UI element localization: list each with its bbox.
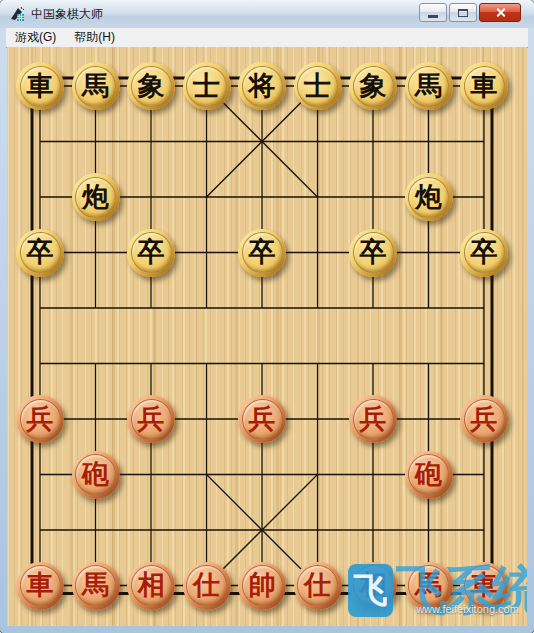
piece-red-chariot[interactable]: 車 — [460, 562, 508, 610]
piece-face: 卒 — [464, 232, 505, 273]
app-window: 中国象棋大师 游戏(G) 帮助(H) 車馬象士将士象馬車炮炮卒卒卒卒卒兵兵兵兵兵… — [0, 0, 534, 633]
board-point[interactable]: 象 — [123, 58, 179, 114]
piece-face: 仕 — [186, 565, 227, 606]
board-point[interactable]: 将 — [234, 58, 290, 114]
piece-glyph: 馬 — [82, 72, 109, 99]
piece-glyph: 卒 — [27, 238, 54, 265]
piece-glyph: 砲 — [415, 460, 442, 487]
piece-red-soldier[interactable]: 兵 — [349, 395, 397, 443]
piece-face: 砲 — [408, 454, 449, 495]
board-point[interactable]: 仕 — [179, 558, 235, 614]
piece-glyph: 士 — [193, 72, 220, 99]
piece-glyph: 車 — [471, 571, 498, 598]
piece-glyph: 兵 — [360, 405, 387, 432]
piece-face: 馬 — [75, 66, 116, 107]
minimize-icon — [428, 15, 438, 18]
piece-glyph: 車 — [471, 72, 498, 99]
piece-glyph: 卒 — [360, 238, 387, 265]
piece-glyph: 相 — [138, 571, 165, 598]
piece-red-cannon[interactable]: 砲 — [72, 451, 120, 499]
menu-item-game[interactable]: 游戏(G) — [6, 28, 65, 47]
piece-black-chariot[interactable]: 車 — [460, 62, 508, 110]
board-point[interactable]: 砲 — [68, 447, 124, 503]
piece-glyph: 馬 — [415, 72, 442, 99]
piece-glyph: 兵 — [471, 405, 498, 432]
piece-glyph: 馬 — [415, 571, 442, 598]
piece-glyph: 仕 — [193, 571, 220, 598]
piece-glyph: 士 — [304, 72, 331, 99]
board-point[interactable]: 車 — [456, 558, 512, 614]
piece-black-soldier[interactable]: 卒 — [238, 229, 286, 277]
piece-glyph: 兵 — [138, 405, 165, 432]
piece-face: 車 — [20, 66, 61, 107]
piece-black-chariot[interactable]: 車 — [16, 62, 64, 110]
piece-glyph: 炮 — [415, 183, 442, 210]
board-point[interactable]: 卒 — [345, 225, 401, 281]
piece-glyph: 卒 — [471, 238, 498, 265]
piece-face: 炮 — [408, 177, 449, 218]
piece-face: 仕 — [297, 565, 338, 606]
piece-red-soldier[interactable]: 兵 — [16, 395, 64, 443]
piece-glyph: 馬 — [82, 571, 109, 598]
board-point[interactable]: 馬 — [68, 558, 124, 614]
piece-face: 士 — [297, 66, 338, 107]
board-point[interactable]: 卒 — [456, 225, 512, 281]
piece-face: 卒 — [20, 232, 61, 273]
board-area: 車馬象士将士象馬車炮炮卒卒卒卒卒兵兵兵兵兵砲砲車馬相仕帥仕相馬車 飞 飞系统 w… — [7, 47, 527, 626]
piece-face: 砲 — [75, 454, 116, 495]
menu-item-help[interactable]: 帮助(H) — [65, 28, 124, 47]
piece-red-general[interactable]: 帥 — [238, 562, 286, 610]
piece-red-horse[interactable]: 馬 — [405, 562, 453, 610]
piece-red-soldier[interactable]: 兵 — [460, 395, 508, 443]
board-point[interactable]: 仕 — [290, 558, 346, 614]
board-point[interactable]: 馬 — [68, 58, 124, 114]
title-bar[interactable]: 中国象棋大师 — [0, 0, 534, 28]
piece-face: 卒 — [242, 232, 283, 273]
piece-red-soldier[interactable]: 兵 — [127, 395, 175, 443]
maximize-icon — [458, 9, 468, 17]
window-title: 中国象棋大师 — [31, 6, 103, 23]
piece-black-elephant[interactable]: 象 — [349, 62, 397, 110]
board-point[interactable]: 士 — [290, 58, 346, 114]
piece-black-cannon[interactable]: 炮 — [72, 173, 120, 221]
piece-glyph: 象 — [138, 72, 165, 99]
piece-black-advisor[interactable]: 士 — [183, 62, 231, 110]
piece-black-horse[interactable]: 馬 — [405, 62, 453, 110]
piece-black-general[interactable]: 将 — [238, 62, 286, 110]
piece-face: 象 — [353, 66, 394, 107]
piece-face: 相 — [353, 565, 394, 606]
piece-glyph: 帥 — [249, 571, 276, 598]
close-button[interactable] — [479, 3, 521, 22]
piece-black-elephant[interactable]: 象 — [127, 62, 175, 110]
piece-glyph: 兵 — [27, 405, 54, 432]
board-point[interactable]: 車 — [12, 58, 68, 114]
piece-red-elephant[interactable]: 相 — [349, 562, 397, 610]
board-point[interactable]: 兵 — [12, 391, 68, 447]
maximize-button[interactable] — [449, 3, 477, 22]
board-point[interactable]: 馬 — [401, 58, 457, 114]
board-point[interactable]: 卒 — [12, 225, 68, 281]
piece-face: 車 — [20, 565, 61, 606]
menu-bar: 游戏(G) 帮助(H) — [6, 28, 528, 48]
board-point[interactable]: 相 — [345, 558, 401, 614]
board-point[interactable]: 車 — [456, 58, 512, 114]
piece-red-cannon[interactable]: 砲 — [405, 451, 453, 499]
board-point[interactable]: 兵 — [456, 391, 512, 447]
board-point[interactable]: 士 — [179, 58, 235, 114]
piece-face: 士 — [186, 66, 227, 107]
board-point[interactable]: 卒 — [123, 225, 179, 281]
piece-face: 卒 — [131, 232, 172, 273]
piece-black-cannon[interactable]: 炮 — [405, 173, 453, 221]
piece-face: 将 — [242, 66, 283, 107]
piece-face: 馬 — [408, 565, 449, 606]
board-point[interactable]: 兵 — [345, 391, 401, 447]
piece-glyph: 象 — [360, 72, 387, 99]
piece-face: 相 — [131, 565, 172, 606]
piece-red-chariot[interactable]: 車 — [16, 562, 64, 610]
minimize-button[interactable] — [419, 3, 447, 22]
piece-glyph: 将 — [249, 72, 276, 99]
board-point[interactable]: 兵 — [234, 391, 290, 447]
board-point[interactable]: 馬 — [401, 558, 457, 614]
board-point[interactable]: 卒 — [234, 225, 290, 281]
piece-face: 兵 — [242, 399, 283, 440]
piece-red-advisor[interactable]: 仕 — [183, 562, 231, 610]
window-controls — [419, 3, 521, 22]
piece-black-advisor[interactable]: 士 — [294, 62, 342, 110]
piece-black-soldier[interactable]: 卒 — [16, 229, 64, 277]
piece-face: 兵 — [131, 399, 172, 440]
xiangqi-board[interactable]: 車馬象士将士象馬車炮炮卒卒卒卒卒兵兵兵兵兵砲砲車馬相仕帥仕相馬車 — [12, 58, 512, 613]
piece-face: 象 — [131, 66, 172, 107]
piece-glyph: 兵 — [249, 405, 276, 432]
piece-face: 兵 — [464, 399, 505, 440]
piece-face: 馬 — [408, 66, 449, 107]
piece-face: 炮 — [75, 177, 116, 218]
piece-glyph: 卒 — [138, 238, 165, 265]
piece-glyph: 炮 — [82, 183, 109, 210]
piece-glyph: 砲 — [82, 460, 109, 487]
piece-glyph: 仕 — [304, 571, 331, 598]
piece-face: 卒 — [353, 232, 394, 273]
piece-face: 帥 — [242, 565, 283, 606]
piece-black-horse[interactable]: 馬 — [72, 62, 120, 110]
piece-black-soldier[interactable]: 卒 — [349, 229, 397, 277]
piece-face: 兵 — [20, 399, 61, 440]
board-point[interactable]: 炮 — [68, 169, 124, 225]
piece-face: 馬 — [75, 565, 116, 606]
piece-glyph: 相 — [360, 571, 387, 598]
board-point[interactable]: 砲 — [401, 447, 457, 503]
board-point[interactable]: 相 — [123, 558, 179, 614]
piece-face: 兵 — [353, 399, 394, 440]
piece-red-advisor[interactable]: 仕 — [294, 562, 342, 610]
board-point[interactable]: 炮 — [401, 169, 457, 225]
piece-glyph: 車 — [27, 72, 54, 99]
piece-face: 車 — [464, 66, 505, 107]
board-point[interactable]: 帥 — [234, 558, 290, 614]
piece-glyph: 卒 — [249, 238, 276, 265]
board-point[interactable]: 兵 — [123, 391, 179, 447]
app-icon[interactable] — [9, 6, 25, 22]
board-point[interactable]: 車 — [12, 558, 68, 614]
piece-red-horse[interactable]: 馬 — [72, 562, 120, 610]
piece-face: 車 — [464, 565, 505, 606]
piece-black-soldier[interactable]: 卒 — [460, 229, 508, 277]
piece-glyph: 車 — [27, 571, 54, 598]
board-point[interactable]: 象 — [345, 58, 401, 114]
piece-red-soldier[interactable]: 兵 — [238, 395, 286, 443]
close-icon — [495, 7, 506, 18]
piece-black-soldier[interactable]: 卒 — [127, 229, 175, 277]
piece-red-elephant[interactable]: 相 — [127, 562, 175, 610]
